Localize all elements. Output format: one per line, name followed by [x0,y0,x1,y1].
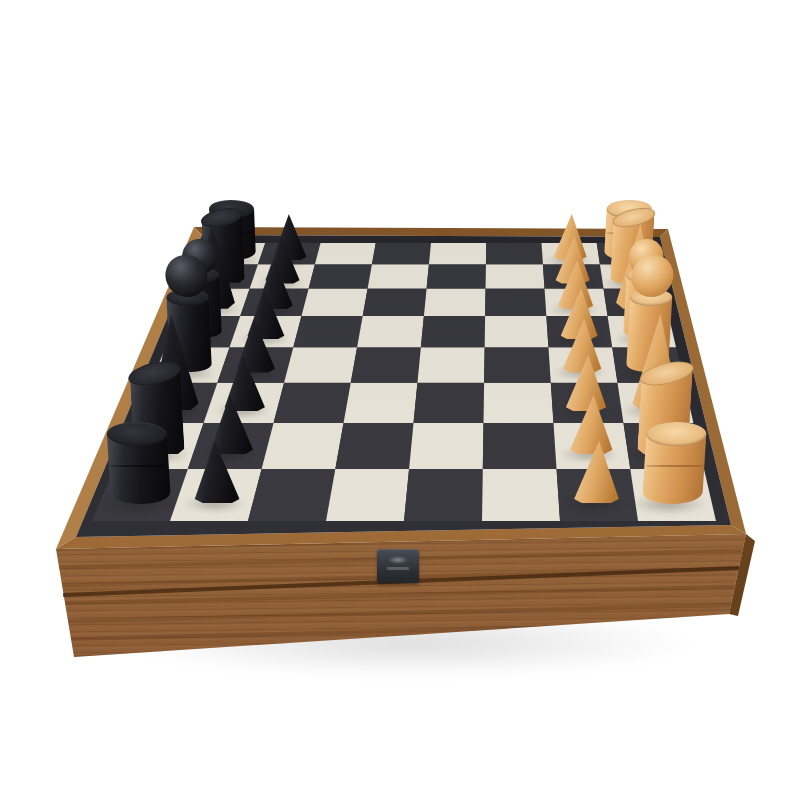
piece-black-pawn[interactable] [190,441,241,503]
brand-emblem-icon [388,556,408,564]
piece-white-rook[interactable] [642,422,707,504]
piece-black-rook[interactable] [106,422,171,504]
piece-white-pawn[interactable] [572,441,623,503]
chess-set-photo [0,0,800,800]
clasp-latch[interactable] [377,549,419,583]
brand-emblem-text-mark [387,567,409,570]
